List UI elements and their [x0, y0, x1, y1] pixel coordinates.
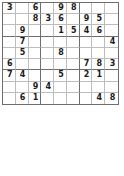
cell-r9c1[interactable]: [3, 93, 16, 104]
cell-r2c6[interactable]: [67, 14, 80, 25]
cell-r1c4[interactable]: [41, 3, 54, 14]
cell-r8c4[interactable]: 4: [41, 82, 54, 93]
cell-r3c4[interactable]: [41, 25, 54, 36]
cell-r5c7[interactable]: [80, 48, 93, 59]
cell-r1c6[interactable]: 8: [67, 3, 80, 14]
cell-r8c1[interactable]: [3, 82, 16, 93]
cell-r9c8[interactable]: 4: [92, 93, 105, 104]
cell-r4c6[interactable]: [67, 37, 80, 48]
cell-r7c5[interactable]: 5: [54, 70, 67, 81]
cell-r3c9[interactable]: [105, 25, 118, 36]
cell-r4c2[interactable]: 7: [16, 37, 29, 48]
cell-r4c5[interactable]: [54, 37, 67, 48]
sudoku-board: 369883695915467458678374521946148: [2, 2, 119, 105]
cell-r4c4[interactable]: [41, 37, 54, 48]
cell-r7c3[interactable]: [29, 70, 42, 81]
cell-r3c2[interactable]: 9: [16, 25, 29, 36]
cell-r3c1[interactable]: [3, 25, 16, 36]
cell-r9c7[interactable]: [80, 93, 93, 104]
cell-r6c2[interactable]: [16, 59, 29, 70]
cell-r8c5[interactable]: [54, 82, 67, 93]
cell-r6c3[interactable]: [29, 59, 42, 70]
cell-r7c1[interactable]: 7: [3, 70, 16, 81]
cell-r7c8[interactable]: 1: [92, 70, 105, 81]
cell-r9c6[interactable]: [67, 93, 80, 104]
cell-r6c6[interactable]: [67, 59, 80, 70]
cell-r8c6[interactable]: [67, 82, 80, 93]
cell-r5c2[interactable]: 5: [16, 48, 29, 59]
cell-r6c9[interactable]: 3: [105, 59, 118, 70]
cell-r1c3[interactable]: 6: [29, 3, 42, 14]
cell-r3c7[interactable]: 4: [80, 25, 93, 36]
cell-r1c8[interactable]: [92, 3, 105, 14]
cell-r6c5[interactable]: [54, 59, 67, 70]
cell-r7c6[interactable]: [67, 70, 80, 81]
cell-r4c7[interactable]: [80, 37, 93, 48]
cell-r8c3[interactable]: 9: [29, 82, 42, 93]
cell-r2c4[interactable]: 3: [41, 14, 54, 25]
cell-r7c4[interactable]: [41, 70, 54, 81]
cell-r9c9[interactable]: 8: [105, 93, 118, 104]
cell-r1c9[interactable]: [105, 3, 118, 14]
cell-r3c5[interactable]: 1: [54, 25, 67, 36]
cell-r1c1[interactable]: 3: [3, 3, 16, 14]
cell-r2c3[interactable]: 8: [29, 14, 42, 25]
cell-r7c2[interactable]: 4: [16, 70, 29, 81]
cell-r4c3[interactable]: [29, 37, 42, 48]
cell-r6c1[interactable]: 6: [3, 59, 16, 70]
cell-r4c8[interactable]: [92, 37, 105, 48]
cell-r1c5[interactable]: 9: [54, 3, 67, 14]
page: 369883695915467458678374521946148: [0, 0, 124, 176]
cell-r5c1[interactable]: [3, 48, 16, 59]
cell-r5c5[interactable]: 8: [54, 48, 67, 59]
cell-r5c4[interactable]: [41, 48, 54, 59]
cell-r2c5[interactable]: 6: [54, 14, 67, 25]
cell-r7c7[interactable]: 2: [80, 70, 93, 81]
cell-r1c2[interactable]: [16, 3, 29, 14]
cell-r2c8[interactable]: 5: [92, 14, 105, 25]
cell-r3c3[interactable]: [29, 25, 42, 36]
cell-r2c2[interactable]: [16, 14, 29, 25]
cell-r8c7[interactable]: [80, 82, 93, 93]
cell-r8c2[interactable]: [16, 82, 29, 93]
cell-r9c2[interactable]: 6: [16, 93, 29, 104]
cell-r2c7[interactable]: 9: [80, 14, 93, 25]
cell-r2c9[interactable]: [105, 14, 118, 25]
cell-r1c7[interactable]: [80, 3, 93, 14]
cell-r5c6[interactable]: [67, 48, 80, 59]
cell-r2c1[interactable]: [3, 14, 16, 25]
cell-r3c8[interactable]: 6: [92, 25, 105, 36]
cell-r9c5[interactable]: [54, 93, 67, 104]
cell-r6c4[interactable]: [41, 59, 54, 70]
cell-r9c4[interactable]: [41, 93, 54, 104]
cell-r7c9[interactable]: [105, 70, 118, 81]
cell-r8c9[interactable]: [105, 82, 118, 93]
cell-r6c8[interactable]: 8: [92, 59, 105, 70]
cell-r4c9[interactable]: 4: [105, 37, 118, 48]
cell-r6c7[interactable]: 7: [80, 59, 93, 70]
cell-r5c9[interactable]: [105, 48, 118, 59]
cell-r8c8[interactable]: [92, 82, 105, 93]
cell-r3c6[interactable]: 5: [67, 25, 80, 36]
cell-r5c3[interactable]: [29, 48, 42, 59]
cell-r9c3[interactable]: 1: [29, 93, 42, 104]
cell-r4c1[interactable]: [3, 37, 16, 48]
cell-r5c8[interactable]: [92, 48, 105, 59]
